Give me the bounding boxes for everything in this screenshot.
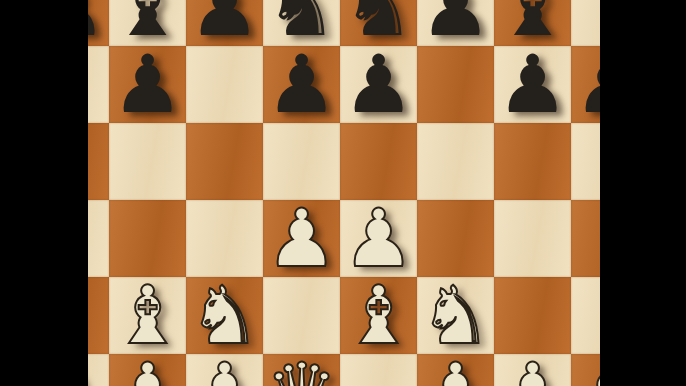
square-d2[interactable]: ♛: [263, 354, 340, 386]
black-pawn[interactable]: ♟: [340, 46, 417, 123]
square-f7[interactable]: ♟: [417, 0, 494, 46]
square-c7[interactable]: ♟: [186, 0, 263, 46]
square-a7[interactable]: ♟: [88, 0, 109, 46]
square-d4[interactable]: ♟: [263, 200, 340, 277]
letterbox-left: [0, 0, 88, 386]
white-pawn[interactable]: ♟: [186, 354, 263, 386]
square-b2[interactable]: ♟: [109, 354, 186, 386]
black-pawn[interactable]: ♟: [571, 46, 600, 123]
white-pawn[interactable]: ♟: [571, 354, 600, 386]
square-c3[interactable]: ♞: [186, 277, 263, 354]
square-g2[interactable]: ♟: [494, 354, 571, 386]
square-b5[interactable]: [109, 123, 186, 200]
square-h6[interactable]: ♟: [571, 46, 600, 123]
square-c5[interactable]: [186, 123, 263, 200]
square-e6[interactable]: ♟: [340, 46, 417, 123]
square-g3[interactable]: [494, 277, 571, 354]
white-pawn[interactable]: ♟: [494, 354, 571, 386]
square-c2[interactable]: ♟: [186, 354, 263, 386]
square-e2[interactable]: [340, 354, 417, 386]
square-a3[interactable]: [88, 277, 109, 354]
square-c4[interactable]: [186, 200, 263, 277]
square-g6[interactable]: ♟: [494, 46, 571, 123]
square-h3[interactable]: [571, 277, 600, 354]
square-h5[interactable]: [571, 123, 600, 200]
black-pawn[interactable]: ♟: [263, 46, 340, 123]
square-d5[interactable]: [263, 123, 340, 200]
black-pawn[interactable]: ♟: [417, 0, 494, 46]
video-frame: ♟♝♟♞♞♟♝♟♟♟♟♟♟♟♝♞♝♞♟♟♟♛♟♟♟: [0, 0, 686, 386]
black-pawn[interactable]: ♟: [88, 0, 109, 46]
white-pawn[interactable]: ♟: [88, 354, 109, 386]
white-knight[interactable]: ♞: [186, 277, 263, 354]
square-e5[interactable]: [340, 123, 417, 200]
square-a5[interactable]: [88, 123, 109, 200]
square-b6[interactable]: ♟: [109, 46, 186, 123]
square-e4[interactable]: ♟: [340, 200, 417, 277]
square-f6[interactable]: [417, 46, 494, 123]
square-g4[interactable]: [494, 200, 571, 277]
black-pawn[interactable]: ♟: [109, 46, 186, 123]
letterbox-right: [600, 0, 686, 386]
square-g5[interactable]: [494, 123, 571, 200]
white-bishop[interactable]: ♝: [109, 277, 186, 354]
white-pawn[interactable]: ♟: [263, 200, 340, 277]
white-queen[interactable]: ♛: [263, 354, 340, 386]
board-window: ♟♝♟♞♞♟♝♟♟♟♟♟♟♟♝♞♝♞♟♟♟♛♟♟♟: [88, 0, 600, 386]
square-h4[interactable]: [571, 200, 600, 277]
white-pawn[interactable]: ♟: [340, 200, 417, 277]
square-f2[interactable]: ♟: [417, 354, 494, 386]
square-f5[interactable]: [417, 123, 494, 200]
square-e3[interactable]: ♝: [340, 277, 417, 354]
white-bishop[interactable]: ♝: [340, 277, 417, 354]
square-a6[interactable]: [88, 46, 109, 123]
square-c6[interactable]: [186, 46, 263, 123]
square-b3[interactable]: ♝: [109, 277, 186, 354]
square-f3[interactable]: ♞: [417, 277, 494, 354]
square-d6[interactable]: ♟: [263, 46, 340, 123]
square-a2[interactable]: ♟: [88, 354, 109, 386]
square-a4[interactable]: [88, 200, 109, 277]
black-pawn[interactable]: ♟: [186, 0, 263, 46]
white-pawn[interactable]: ♟: [417, 354, 494, 386]
black-pawn[interactable]: ♟: [494, 46, 571, 123]
white-knight[interactable]: ♞: [417, 277, 494, 354]
white-pawn[interactable]: ♟: [109, 354, 186, 386]
chess-board: ♟♝♟♞♞♟♝♟♟♟♟♟♟♟♝♞♝♞♟♟♟♛♟♟♟: [88, 0, 600, 386]
square-f4[interactable]: [417, 200, 494, 277]
square-h2[interactable]: ♟: [571, 354, 600, 386]
square-d3[interactable]: [263, 277, 340, 354]
square-b4[interactable]: [109, 200, 186, 277]
